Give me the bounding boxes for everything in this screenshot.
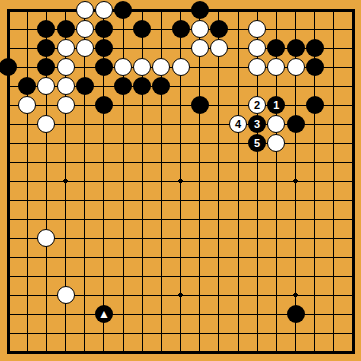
white-stone — [191, 20, 209, 38]
star-point — [63, 179, 67, 183]
black-stone — [191, 1, 209, 19]
white-stone — [114, 58, 132, 76]
black-stone — [287, 39, 305, 57]
white-stone — [76, 1, 94, 19]
white-stone — [57, 39, 75, 57]
white-stone — [76, 39, 94, 57]
black-stone — [191, 96, 209, 114]
white-stone — [76, 20, 94, 38]
white-stone — [57, 286, 75, 304]
board-grid — [0, 0, 361, 361]
star-point — [178, 293, 182, 297]
black-stone — [57, 20, 75, 38]
white-stone — [57, 58, 75, 76]
black-stone — [95, 96, 113, 114]
black-stone — [306, 39, 324, 57]
black-stone — [76, 77, 94, 95]
star-point — [293, 179, 297, 183]
black-stone — [172, 20, 190, 38]
black-stone — [95, 58, 113, 76]
black-stone — [95, 39, 113, 57]
white-stone — [191, 39, 209, 57]
black-stone — [114, 1, 132, 19]
black-stone — [95, 20, 113, 38]
triangle-marker: ▲ — [98, 308, 110, 320]
black-stone — [306, 58, 324, 76]
white-stone-move-4: 4 — [229, 115, 247, 133]
white-stone — [172, 58, 190, 76]
star-point — [293, 293, 297, 297]
black-stone — [287, 305, 305, 323]
black-stone — [114, 77, 132, 95]
star-point — [178, 179, 182, 183]
white-stone — [57, 77, 75, 95]
white-stone — [210, 39, 228, 57]
black-stone — [210, 20, 228, 38]
white-stone — [95, 1, 113, 19]
white-stone — [287, 58, 305, 76]
black-stone — [287, 115, 305, 133]
white-stone — [57, 96, 75, 114]
black-stone — [306, 96, 324, 114]
black-stone-triangle-marked: ▲ — [95, 305, 113, 323]
go-board: 21435▲ — [0, 0, 361, 361]
